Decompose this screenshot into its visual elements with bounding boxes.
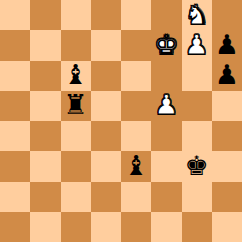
piece-black-pawn: ♟ [215, 61, 239, 88]
square-h6[interactable]: ♟ [212, 61, 242, 91]
square-d8[interactable] [91, 0, 121, 30]
square-f8[interactable] [151, 0, 181, 30]
square-f4[interactable] [151, 121, 181, 151]
square-a3[interactable] [0, 151, 30, 181]
square-h2[interactable] [212, 182, 242, 212]
square-a5[interactable] [0, 91, 30, 121]
piece-black-bishop: ♝ [64, 61, 88, 88]
square-h4[interactable] [212, 121, 242, 151]
square-g1[interactable] [182, 212, 212, 242]
chess-board: ♞♚♟♟♝♟♜♟♝♚ [0, 0, 242, 242]
square-c1[interactable] [61, 212, 91, 242]
piece-white-pawn: ♟ [154, 91, 178, 118]
square-d6[interactable] [91, 61, 121, 91]
square-c5[interactable]: ♜ [61, 91, 91, 121]
square-b8[interactable] [30, 0, 60, 30]
square-b1[interactable] [30, 212, 60, 242]
piece-black-rook: ♜ [64, 91, 88, 118]
square-e7[interactable] [121, 30, 151, 60]
square-h3[interactable] [212, 151, 242, 181]
piece-black-king: ♚ [185, 152, 209, 179]
square-g4[interactable] [182, 121, 212, 151]
square-h7[interactable]: ♟ [212, 30, 242, 60]
piece-white-knight: ♞ [185, 1, 209, 28]
square-a4[interactable] [0, 121, 30, 151]
square-g2[interactable] [182, 182, 212, 212]
square-b5[interactable] [30, 91, 60, 121]
square-h1[interactable] [212, 212, 242, 242]
square-g8[interactable]: ♞ [182, 0, 212, 30]
square-c7[interactable] [61, 30, 91, 60]
piece-white-pawn: ♟ [185, 31, 209, 58]
piece-white-king: ♚ [154, 31, 178, 58]
square-d2[interactable] [91, 182, 121, 212]
square-c3[interactable] [61, 151, 91, 181]
piece-black-bishop: ♝ [124, 152, 148, 179]
square-e6[interactable] [121, 61, 151, 91]
square-f2[interactable] [151, 182, 181, 212]
square-a2[interactable] [0, 182, 30, 212]
square-d1[interactable] [91, 212, 121, 242]
square-e8[interactable] [121, 0, 151, 30]
square-d5[interactable] [91, 91, 121, 121]
square-d4[interactable] [91, 121, 121, 151]
square-g3[interactable]: ♚ [182, 151, 212, 181]
square-h5[interactable] [212, 91, 242, 121]
square-b3[interactable] [30, 151, 60, 181]
square-f5[interactable]: ♟ [151, 91, 181, 121]
square-a1[interactable] [0, 212, 30, 242]
square-d3[interactable] [91, 151, 121, 181]
square-e2[interactable] [121, 182, 151, 212]
piece-black-pawn: ♟ [215, 31, 239, 58]
chess-board-container: ♞♚♟♟♝♟♜♟♝♚ [0, 0, 242, 242]
square-h8[interactable] [212, 0, 242, 30]
square-b2[interactable] [30, 182, 60, 212]
square-a6[interactable] [0, 61, 30, 91]
square-f1[interactable] [151, 212, 181, 242]
square-e3[interactable]: ♝ [121, 151, 151, 181]
square-a7[interactable] [0, 30, 30, 60]
square-f3[interactable] [151, 151, 181, 181]
square-b6[interactable] [30, 61, 60, 91]
square-c6[interactable]: ♝ [61, 61, 91, 91]
square-e4[interactable] [121, 121, 151, 151]
square-e5[interactable] [121, 91, 151, 121]
square-b4[interactable] [30, 121, 60, 151]
square-a8[interactable] [0, 0, 30, 30]
square-d7[interactable] [91, 30, 121, 60]
square-b7[interactable] [30, 30, 60, 60]
square-f7[interactable]: ♚ [151, 30, 181, 60]
square-g5[interactable] [182, 91, 212, 121]
square-g6[interactable] [182, 61, 212, 91]
square-c2[interactable] [61, 182, 91, 212]
square-e1[interactable] [121, 212, 151, 242]
square-f6[interactable] [151, 61, 181, 91]
square-g7[interactable]: ♟ [182, 30, 212, 60]
square-c4[interactable] [61, 121, 91, 151]
square-c8[interactable] [61, 0, 91, 30]
